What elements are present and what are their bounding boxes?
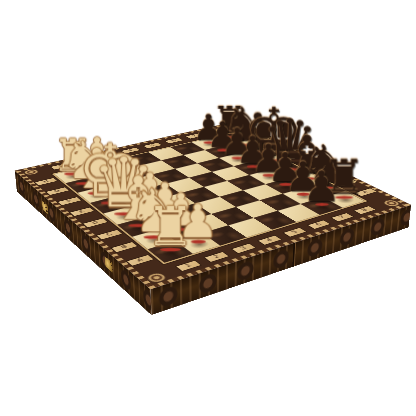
- brass-latch: [105, 256, 113, 273]
- chess-board: ♜♟♟♜♞♟♟♞♝♟♟♝♚♟♟♚♛♟♟♛♝♟♟♝♞♟♟♞♜♟♟♜ 11HH22G…: [15, 121, 411, 290]
- chess-piece-glyph: ♜: [114, 202, 226, 252]
- rank-label-plate-4: 4: [257, 235, 283, 246]
- rank-label-plate-7: 7: [330, 213, 354, 223]
- chess-piece-glyph: ♟: [271, 167, 372, 206]
- piece-black-pawn[interactable]: ♟: [271, 167, 372, 206]
- product-photo-scene: ♜♟♟♜♞♟♟♞♝♟♟♝♚♟♟♚♛♟♟♛♝♟♟♝♞♟♟♞♜♟♟♜ 11HH22G…: [0, 0, 416, 416]
- board-perspective-wrapper: ♜♟♟♜♞♟♟♞♝♟♟♝♚♟♟♚♛♟♟♛♝♟♟♝♞♟♟♞♜♟♟♜ 11HH22G…: [61, 44, 347, 330]
- piece-white-rook[interactable]: ♜: [114, 202, 226, 252]
- rank-label-plate-1: 1: [175, 260, 203, 272]
- brass-latch: [42, 200, 49, 214]
- square-a7[interactable]: ♟: [301, 197, 343, 214]
- rank-label-plate-3: 3: [231, 243, 257, 254]
- fold-seam: [292, 242, 295, 267]
- file-label-plate-a: A: [126, 254, 155, 266]
